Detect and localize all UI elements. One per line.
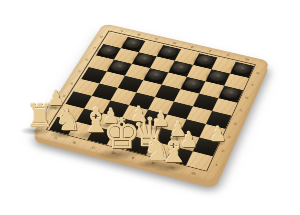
white-pawn[interactable]: ♟ xyxy=(152,109,170,129)
standing-pieces-layer: ♜♟♞♝♟♚♟♛♟♞♝♟♟♟ xyxy=(0,0,300,215)
product-photo: AA88BB77CC66DD55EE44FF33GG22HH11 ♜♟♞♝♟♚♟… xyxy=(0,0,300,215)
white-pawn[interactable]: ♟ xyxy=(180,130,199,151)
white-pawn[interactable]: ♟ xyxy=(209,124,227,144)
